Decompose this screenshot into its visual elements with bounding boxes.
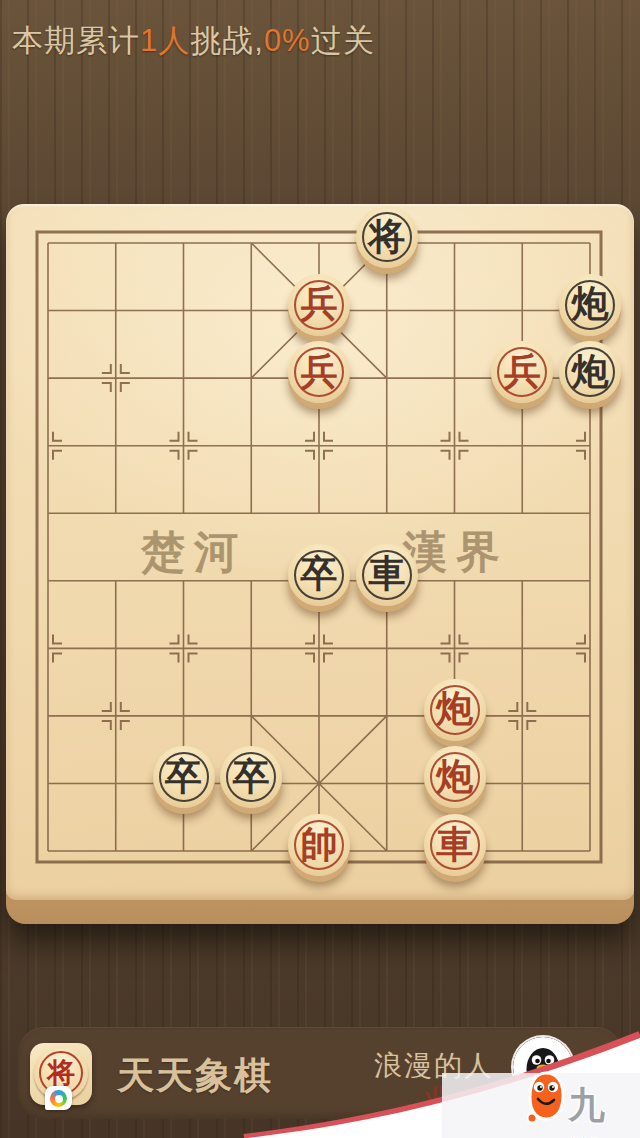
jiuyou-mascot-icon	[524, 1069, 568, 1125]
piece-glyph: 帥	[301, 826, 338, 863]
piece-glyph: 卒	[301, 555, 338, 592]
watermark-text: 九游	[568, 1081, 640, 1138]
piece-glyph: 炮	[572, 285, 609, 322]
piece-red-soldier[interactable]: 兵	[491, 341, 553, 403]
app-name-label: 天天象棋	[117, 1051, 273, 1101]
swirl-icon	[50, 1090, 67, 1107]
piece-black-soldier[interactable]: 卒	[220, 746, 282, 808]
browser-badge-icon	[45, 1086, 72, 1110]
piece-glyph: 車	[368, 555, 405, 592]
piece-glyph: 兵	[301, 285, 338, 322]
piece-red-chariot[interactable]: 車	[424, 814, 486, 876]
piece-red-soldier[interactable]: 兵	[288, 341, 350, 403]
pieces-layer: 将炮兵兵兵炮卒車炮卒卒炮帥車	[0, 0, 640, 1138]
piece-red-cannon[interactable]: 炮	[424, 679, 486, 741]
piece-black-soldier[interactable]: 卒	[288, 544, 350, 606]
watermark: 九游	[442, 1073, 640, 1138]
piece-glyph: 炮	[436, 758, 473, 795]
piece-red-general[interactable]: 帥	[288, 814, 350, 876]
piece-red-soldier[interactable]: 兵	[288, 274, 350, 336]
piece-black-soldier[interactable]: 卒	[153, 746, 215, 808]
piece-black-general[interactable]: 将	[356, 206, 418, 268]
app-icon-glyph: 将	[47, 1059, 75, 1087]
piece-glyph: 炮	[436, 690, 473, 727]
piece-glyph: 炮	[572, 353, 609, 390]
piece-black-cannon[interactable]: 炮	[559, 274, 621, 336]
piece-glyph: 将	[368, 218, 405, 255]
piece-glyph: 車	[436, 826, 473, 863]
piece-glyph: 兵	[301, 353, 338, 390]
piece-red-cannon[interactable]: 炮	[424, 746, 486, 808]
piece-glyph: 卒	[165, 758, 202, 795]
screen: 本期累计1人挑战,0%过关 楚河 漢界 将炮兵兵兵炮卒車炮卒卒炮帥車 将 天天象…	[0, 0, 640, 1138]
piece-black-chariot[interactable]: 車	[356, 544, 418, 606]
piece-glyph: 兵	[504, 353, 541, 390]
piece-glyph: 卒	[233, 758, 270, 795]
piece-black-cannon[interactable]: 炮	[559, 341, 621, 403]
